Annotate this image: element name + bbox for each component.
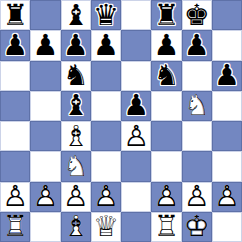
square-b2[interactable]: ♟♙ [30,182,60,212]
square-c2[interactable]: ♟♙ [61,182,91,212]
piece-glyph-fill: ♟ [61,30,91,60]
piece-black-pawn-icon[interactable]: ♟ [0,30,30,60]
piece-white-queen-icon[interactable]: ♛♕ [91,212,121,242]
piece-glyph-fill: ♟ [151,30,181,60]
piece-black-pawn-icon[interactable]: ♟ [91,30,121,60]
square-c4[interactable]: ♝♗ [61,121,91,151]
piece-glyph-fill: ♜ [0,0,30,30]
square-d5[interactable] [91,91,121,121]
square-b1[interactable] [30,212,60,242]
square-f6[interactable]: ♞ [151,61,181,91]
square-f3[interactable] [151,151,181,181]
piece-glyph-outline: ♖ [151,212,181,242]
square-h2[interactable]: ♟♙ [212,182,242,212]
piece-black-rook-icon[interactable]: ♜ [151,0,181,30]
square-h4[interactable] [212,121,242,151]
piece-black-queen-icon[interactable]: ♛ [91,0,121,30]
square-d8[interactable]: ♛ [91,0,121,30]
square-b8[interactable] [30,0,60,30]
square-a3[interactable] [0,151,30,181]
square-h8[interactable] [212,0,242,30]
piece-black-knight-icon[interactable]: ♞ [151,61,181,91]
piece-glyph-outline: ♙ [91,182,121,212]
square-h1[interactable] [212,212,242,242]
square-b7[interactable]: ♟ [30,30,60,60]
piece-glyph-outline: ♙ [0,182,30,212]
square-f5[interactable] [151,91,181,121]
piece-glyph-outline: ♘ [61,151,91,181]
piece-white-pawn-icon[interactable]: ♟♙ [121,121,151,151]
piece-glyph-outline: ♙ [61,182,91,212]
piece-white-bishop-icon[interactable]: ♝♗ [61,212,91,242]
square-g1[interactable]: ♚♔ [182,212,212,242]
square-e7[interactable] [121,30,151,60]
chess-board: ♜♝♛♜♚♟♟♟♟♟♟♞♞♟♝♟♞♘♝♗♟♙♞♘♟♙♟♙♟♙♟♙♟♙♟♙♟♙♜♖… [0,0,242,242]
piece-black-pawn-icon[interactable]: ♟ [151,30,181,60]
square-c3[interactable]: ♞♘ [61,151,91,181]
piece-glyph-outline: ♕ [91,212,121,242]
piece-black-rook-icon[interactable]: ♜ [0,0,30,30]
piece-black-pawn-icon[interactable]: ♟ [212,61,242,91]
piece-glyph-outline: ♖ [0,212,30,242]
piece-black-pawn-icon[interactable]: ♟ [121,91,151,121]
piece-white-pawn-icon[interactable]: ♟♙ [91,182,121,212]
square-e6[interactable] [121,61,151,91]
square-f4[interactable] [151,121,181,151]
piece-glyph-fill: ♛ [91,0,121,30]
piece-glyph-fill: ♝ [61,91,91,121]
square-d1[interactable]: ♛♕ [91,212,121,242]
square-e8[interactable] [121,0,151,30]
square-d2[interactable]: ♟♙ [91,182,121,212]
square-c5[interactable]: ♝ [61,91,91,121]
piece-glyph-outline: ♘ [182,91,212,121]
piece-white-pawn-icon[interactable]: ♟♙ [212,182,242,212]
square-d6[interactable] [91,61,121,91]
piece-glyph-fill: ♚ [182,0,212,30]
square-a4[interactable] [0,121,30,151]
piece-glyph-fill: ♟ [30,30,60,60]
piece-glyph-fill: ♟ [0,30,30,60]
square-g5[interactable]: ♞♘ [182,91,212,121]
square-a1[interactable]: ♜♖ [0,212,30,242]
piece-white-rook-icon[interactable]: ♜♖ [151,212,181,242]
square-a8[interactable]: ♜ [0,0,30,30]
piece-glyph-outline: ♗ [61,212,91,242]
piece-glyph-fill: ♜ [151,0,181,30]
square-b5[interactable] [30,91,60,121]
piece-white-king-icon[interactable]: ♚♔ [182,212,212,242]
piece-black-pawn-icon[interactable]: ♟ [182,30,212,60]
square-d7[interactable]: ♟ [91,30,121,60]
piece-white-knight-icon[interactable]: ♞♘ [61,151,91,181]
piece-white-bishop-icon[interactable]: ♝♗ [61,121,91,151]
piece-white-pawn-icon[interactable]: ♟♙ [0,182,30,212]
piece-glyph-outline: ♙ [182,182,212,212]
square-g7[interactable]: ♟ [182,30,212,60]
square-d4[interactable] [91,121,121,151]
piece-white-pawn-icon[interactable]: ♟♙ [151,182,181,212]
square-a2[interactable]: ♟♙ [0,182,30,212]
piece-glyph-outline: ♙ [30,182,60,212]
piece-glyph-fill: ♟ [91,30,121,60]
piece-glyph-fill: ♞ [61,61,91,91]
square-c7[interactable]: ♟ [61,30,91,60]
piece-glyph-fill: ♟ [121,91,151,121]
piece-glyph-fill: ♟ [212,61,242,91]
piece-black-pawn-icon[interactable]: ♟ [30,30,60,60]
piece-glyph-outline: ♔ [182,212,212,242]
square-a5[interactable] [0,91,30,121]
square-c8[interactable]: ♝ [61,0,91,30]
square-c1[interactable]: ♝♗ [61,212,91,242]
square-f1[interactable]: ♜♖ [151,212,181,242]
square-e2[interactable] [121,182,151,212]
piece-glyph-fill: ♝ [61,0,91,30]
piece-glyph-outline: ♙ [151,182,181,212]
square-b3[interactable] [30,151,60,181]
square-e4[interactable]: ♟♙ [121,121,151,151]
square-f8[interactable]: ♜ [151,0,181,30]
square-b6[interactable] [30,61,60,91]
square-e3[interactable] [121,151,151,181]
square-g4[interactable] [182,121,212,151]
square-h3[interactable] [212,151,242,181]
piece-white-knight-icon[interactable]: ♞♘ [182,91,212,121]
square-g2[interactable]: ♟♙ [182,182,212,212]
piece-black-knight-icon[interactable]: ♞ [61,61,91,91]
piece-black-bishop-icon[interactable]: ♝ [61,0,91,30]
square-b4[interactable] [30,121,60,151]
square-h7[interactable] [212,30,242,60]
piece-white-rook-icon[interactable]: ♜♖ [0,212,30,242]
piece-glyph-fill: ♟ [182,30,212,60]
square-a7[interactable]: ♟ [0,30,30,60]
square-g8[interactable]: ♚ [182,0,212,30]
piece-black-king-icon[interactable]: ♚ [182,0,212,30]
square-f2[interactable]: ♟♙ [151,182,181,212]
square-e1[interactable] [121,212,151,242]
piece-glyph-outline: ♙ [212,182,242,212]
square-h6[interactable]: ♟ [212,61,242,91]
square-f7[interactable]: ♟ [151,30,181,60]
square-g3[interactable] [182,151,212,181]
square-c6[interactable]: ♞ [61,61,91,91]
piece-black-pawn-icon[interactable]: ♟ [61,30,91,60]
piece-glyph-outline: ♗ [61,121,91,151]
piece-black-bishop-icon[interactable]: ♝ [61,91,91,121]
piece-white-pawn-icon[interactable]: ♟♙ [61,182,91,212]
piece-glyph-outline: ♙ [121,121,151,151]
piece-glyph-fill: ♞ [151,61,181,91]
square-a6[interactable] [0,61,30,91]
piece-white-pawn-icon[interactable]: ♟♙ [182,182,212,212]
square-g6[interactable] [182,61,212,91]
square-d3[interactable] [91,151,121,181]
square-h5[interactable] [212,91,242,121]
piece-white-pawn-icon[interactable]: ♟♙ [30,182,60,212]
square-e5[interactable]: ♟ [121,91,151,121]
